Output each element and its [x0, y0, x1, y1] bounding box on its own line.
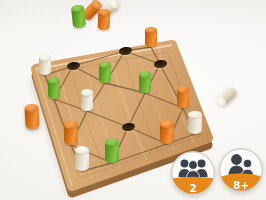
peg-white-corner-bottom-left[interactable] [75, 146, 89, 171]
peg-white-inner-left[interactable] [81, 89, 94, 111]
peg-green-left-upper[interactable] [48, 77, 61, 99]
age-badge: 8+ [216, 145, 266, 195]
peg-orange-left-lower[interactable] [64, 121, 78, 145]
peg-green-bottom-near[interactable] [105, 139, 119, 163]
peg-white-corner-top-left[interactable] [39, 54, 51, 75]
players-badge: 2 [168, 148, 218, 198]
loose-peg-left-orange-foreground[interactable] [24, 103, 39, 128]
players-count: 2 [189, 182, 197, 195]
peg-orange-right-lower[interactable] [177, 86, 190, 108]
age-value: 8+ [233, 179, 249, 191]
scene: 2 8+ [0, 0, 266, 200]
loose-peg-cluster-orange-upright[interactable] [97, 9, 110, 31]
loose-peg-cluster-green-upright[interactable] [70, 5, 85, 29]
peg-green-inner-top[interactable] [99, 62, 111, 83]
peg-orange-bottom-far[interactable] [160, 120, 173, 144]
peg-green-inner-right[interactable] [139, 71, 151, 93]
peg-white-corner-bottom-right[interactable] [188, 111, 201, 134]
peg-orange-corner-top-right[interactable] [145, 27, 157, 47]
three-people-icon [179, 160, 208, 180]
